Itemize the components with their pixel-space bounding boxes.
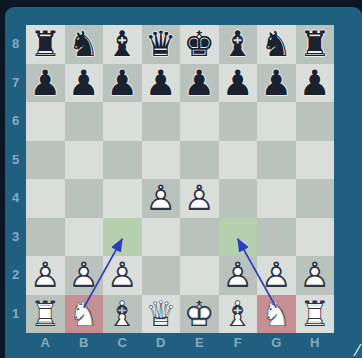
white-pawn-f2[interactable]: ♟♙ — [219, 256, 258, 295]
white-pawn-a2[interactable]: ♟♙ — [26, 256, 65, 295]
square-f8[interactable]: ♝ — [219, 25, 258, 64]
square-f7[interactable]: ♟ — [219, 64, 258, 103]
rank-label-8: 8 — [5, 25, 26, 64]
black-pawn-e7[interactable]: ♟ — [180, 64, 219, 103]
square-e7[interactable]: ♟ — [180, 64, 219, 103]
black-rook-h8[interactable]: ♜ — [296, 25, 335, 64]
file-label-a: A — [26, 333, 65, 354]
file-label-g: G — [257, 333, 296, 354]
square-e3[interactable] — [180, 218, 219, 257]
square-g7[interactable]: ♟ — [257, 64, 296, 103]
square-a3[interactable] — [26, 218, 65, 257]
file-label-d: D — [142, 333, 181, 354]
square-a5[interactable] — [26, 141, 65, 180]
black-king-e8[interactable]: ♚ — [180, 25, 219, 64]
white-pawn-b2[interactable]: ♟♙ — [65, 256, 104, 295]
white-rook-a1[interactable]: ♜♖ — [26, 295, 65, 334]
square-d5[interactable] — [142, 141, 181, 180]
square-d7[interactable]: ♟ — [142, 64, 181, 103]
chess-app-window: ♜♞♝♛♚♝♞♜♟♟♟♟♟♟♟♟♟♙♟♙♟♙♟♙♟♙♟♙♟♙♟♙♜♖♞♘♝♗♛♕… — [0, 0, 362, 358]
black-pawn-h7[interactable]: ♟ — [296, 64, 335, 103]
square-f4[interactable] — [219, 179, 258, 218]
square-c6[interactable] — [103, 102, 142, 141]
file-label-b: B — [65, 333, 104, 354]
square-h7[interactable]: ♟ — [296, 64, 335, 103]
black-queen-d8[interactable]: ♛ — [142, 25, 181, 64]
square-b5[interactable] — [65, 141, 104, 180]
file-label-e: E — [180, 333, 219, 354]
square-d8[interactable]: ♛ — [142, 25, 181, 64]
square-f5[interactable] — [219, 141, 258, 180]
square-g3[interactable] — [257, 218, 296, 257]
square-h2[interactable]: ♟♙ — [296, 256, 335, 295]
black-pawn-d7[interactable]: ♟ — [142, 64, 181, 103]
square-e8[interactable]: ♚ — [180, 25, 219, 64]
square-c3[interactable] — [103, 218, 142, 257]
square-h6[interactable] — [296, 102, 335, 141]
square-c8[interactable]: ♝ — [103, 25, 142, 64]
white-pawn-g2[interactable]: ♟♙ — [257, 256, 296, 295]
square-e6[interactable] — [180, 102, 219, 141]
black-bishop-c8[interactable]: ♝ — [103, 25, 142, 64]
square-e4[interactable]: ♟♙ — [180, 179, 219, 218]
black-pawn-a7[interactable]: ♟ — [26, 64, 65, 103]
square-b6[interactable] — [65, 102, 104, 141]
white-king-e1[interactable]: ♚♔ — [180, 295, 219, 334]
square-g8[interactable]: ♞ — [257, 25, 296, 64]
black-pawn-c7[interactable]: ♟ — [103, 64, 142, 103]
square-d3[interactable] — [142, 218, 181, 257]
square-a2[interactable]: ♟♙ — [26, 256, 65, 295]
square-h3[interactable] — [296, 218, 335, 257]
square-a8[interactable]: ♜ — [26, 25, 65, 64]
square-h8[interactable]: ♜ — [296, 25, 335, 64]
square-b2[interactable]: ♟♙ — [65, 256, 104, 295]
black-rook-a8[interactable]: ♜ — [26, 25, 65, 64]
rank-label-3: 3 — [5, 218, 26, 257]
square-f3[interactable] — [219, 218, 258, 257]
file-label-f: F — [219, 333, 258, 354]
square-h1[interactable]: ♜♖ — [296, 295, 335, 334]
white-pawn-e4[interactable]: ♟♙ — [180, 179, 219, 218]
square-e1[interactable]: ♚♔ — [180, 295, 219, 334]
square-f1[interactable]: ♝♗ — [219, 295, 258, 334]
square-a4[interactable] — [26, 179, 65, 218]
square-f2[interactable]: ♟♙ — [219, 256, 258, 295]
square-g2[interactable]: ♟♙ — [257, 256, 296, 295]
square-g1[interactable]: ♞♘ — [257, 295, 296, 334]
rank-label-7: 7 — [5, 64, 26, 103]
square-a7[interactable]: ♟ — [26, 64, 65, 103]
file-label-c: C — [103, 333, 142, 354]
square-d4[interactable]: ♟♙ — [142, 179, 181, 218]
black-pawn-b7[interactable]: ♟ — [65, 64, 104, 103]
square-b3[interactable] — [65, 218, 104, 257]
square-e5[interactable] — [180, 141, 219, 180]
black-pawn-g7[interactable]: ♟ — [257, 64, 296, 103]
rank-label-2: 2 — [5, 256, 26, 295]
square-a6[interactable] — [26, 102, 65, 141]
square-g5[interactable] — [257, 141, 296, 180]
black-pawn-f7[interactable]: ♟ — [219, 64, 258, 103]
chess-board[interactable]: ♜♞♝♛♚♝♞♜♟♟♟♟♟♟♟♟♟♙♟♙♟♙♟♙♟♙♟♙♟♙♟♙♜♖♞♘♝♗♛♕… — [26, 25, 334, 333]
square-e2[interactable] — [180, 256, 219, 295]
square-b4[interactable] — [65, 179, 104, 218]
white-bishop-f1[interactable]: ♝♗ — [219, 295, 258, 334]
square-d6[interactable] — [142, 102, 181, 141]
white-pawn-c2[interactable]: ♟♙ — [103, 256, 142, 295]
rank-label-4: 4 — [5, 179, 26, 218]
square-h4[interactable] — [296, 179, 335, 218]
white-knight-g1[interactable]: ♞♘ — [257, 295, 296, 334]
square-d1[interactable]: ♛♕ — [142, 295, 181, 334]
rank-label-5: 5 — [5, 141, 26, 180]
square-h5[interactable] — [296, 141, 335, 180]
black-knight-g8[interactable]: ♞ — [257, 25, 296, 64]
square-b7[interactable]: ♟ — [65, 64, 104, 103]
rank-label-6: 6 — [5, 102, 26, 141]
square-f6[interactable] — [219, 102, 258, 141]
square-c2[interactable]: ♟♙ — [103, 256, 142, 295]
white-pawn-d4[interactable]: ♟♙ — [142, 179, 181, 218]
square-g6[interactable] — [257, 102, 296, 141]
square-d2[interactable] — [142, 256, 181, 295]
file-label-h: H — [296, 333, 335, 354]
square-c7[interactable]: ♟ — [103, 64, 142, 103]
square-b8[interactable]: ♞ — [65, 25, 104, 64]
white-pawn-h2[interactable]: ♟♙ — [296, 256, 335, 295]
square-c1[interactable]: ♝♗ — [103, 295, 142, 334]
square-c5[interactable] — [103, 141, 142, 180]
white-queen-d1[interactable]: ♛♕ — [142, 295, 181, 334]
white-knight-b1[interactable]: ♞♘ — [65, 295, 104, 334]
white-rook-h1[interactable]: ♜♖ — [296, 295, 335, 334]
black-bishop-f8[interactable]: ♝ — [219, 25, 258, 64]
black-knight-b8[interactable]: ♞ — [65, 25, 104, 64]
square-c4[interactable] — [103, 179, 142, 218]
square-g4[interactable] — [257, 179, 296, 218]
white-bishop-c1[interactable]: ♝♗ — [103, 295, 142, 334]
square-a1[interactable]: ♜♖ — [26, 295, 65, 334]
square-b1[interactable]: ♞♘ — [65, 295, 104, 334]
rank-label-1: 1 — [5, 295, 26, 334]
